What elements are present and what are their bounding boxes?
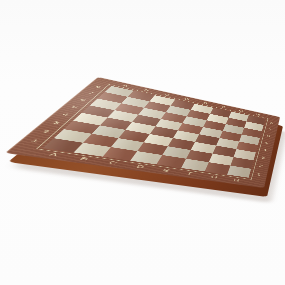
rank-label-5-right: 5	[259, 138, 274, 147]
square-h1	[227, 166, 251, 178]
rank-label-6-right: 6	[261, 131, 276, 140]
rank-label-4-right: 4	[257, 145, 272, 155]
rank-label-7-right: 7	[263, 125, 277, 134]
product-photo-scene: ABCDEFGH ABCDEFGH 87654321 87654321	[0, 0, 285, 285]
rank-label-8-right: 8	[265, 119, 279, 128]
rank-label-1-right: 1	[250, 169, 267, 180]
rank-label-2-right: 2	[252, 161, 269, 172]
rank-label-3-right: 3	[255, 153, 271, 163]
